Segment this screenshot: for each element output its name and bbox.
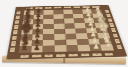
square-c7[interactable]: ♟ [32, 19, 42, 24]
plaque-cell: h [115, 44, 122, 50]
square-c5[interactable] [53, 18, 64, 23]
board-grid: ♜♟♟♜♞♟♟♞♝♟♟♝♛♟♟♛♚♟♟♚♝♟♟♝♞♟♟♞♜♟♟♜ [18, 9, 113, 53]
square-e3[interactable] [75, 28, 87, 34]
square-f5[interactable] [54, 33, 65, 39]
file-label-f: f [112, 33, 117, 37]
plaque-cell: c [107, 17, 113, 22]
square-e2[interactable]: ♟ [85, 27, 97, 33]
plaque-cell: 1 [90, 6, 100, 8]
file-label-b: b [16, 15, 20, 18]
file-label-b: b [106, 13, 110, 16]
photo-background: 87654321 87654321 abcdefgh abcdefgh ♜♟♟♜… [0, 0, 128, 67]
square-e5[interactable] [53, 28, 64, 34]
square-h7[interactable]: ♟ [30, 45, 42, 52]
file-label-e: e [13, 30, 17, 34]
rank-label-7: 7 [35, 7, 42, 9]
file-label-d: d [14, 25, 18, 29]
plaque-cell: 5 [54, 53, 66, 56]
rank-label-2: 2 [92, 53, 101, 55]
file-label-h: h [10, 47, 15, 52]
rank-label-3: 3 [73, 6, 80, 8]
square-h2[interactable]: ♟ [89, 44, 102, 51]
square-b6[interactable] [43, 14, 53, 19]
rank-label-4: 4 [63, 6, 70, 8]
square-b7[interactable]: ♟ [33, 14, 43, 19]
square-b4[interactable] [63, 13, 73, 18]
square-b2[interactable]: ♟ [82, 13, 93, 18]
square-c1[interactable]: ♝ [93, 17, 104, 22]
square-b3[interactable] [73, 13, 84, 18]
file-label-a: a [16, 11, 20, 14]
plaque-cell: 1 [102, 52, 115, 55]
square-c8[interactable]: ♝ [22, 19, 33, 24]
square-g8[interactable]: ♞ [19, 40, 31, 46]
square-g7[interactable]: ♟ [31, 39, 43, 45]
square-e1[interactable]: ♚ [96, 27, 108, 32]
square-d3[interactable] [74, 23, 85, 28]
rank-label-5: 5 [56, 54, 65, 56]
square-b5[interactable] [53, 14, 63, 19]
square-f4[interactable] [64, 33, 76, 39]
square-g5[interactable] [54, 39, 66, 45]
plaque-cell: 4 [66, 53, 78, 56]
plaque-cell: 8 [24, 7, 34, 9]
plaque-cell: d [13, 24, 18, 29]
square-g3[interactable] [76, 38, 88, 44]
rank-label-6: 6 [44, 54, 53, 56]
file-label-h: h [116, 44, 121, 48]
square-h8[interactable]: ♜ [18, 46, 31, 53]
square-d8[interactable]: ♛ [21, 24, 32, 29]
file-label-g: g [11, 41, 16, 45]
square-h3[interactable] [77, 44, 90, 51]
square-d2[interactable]: ♟ [84, 22, 96, 27]
square-d7[interactable]: ♟ [32, 23, 43, 28]
square-e7[interactable]: ♟ [32, 28, 43, 34]
rank-label-8: 8 [19, 54, 28, 56]
square-h1[interactable]: ♜ [100, 44, 113, 51]
square-c2[interactable]: ♟ [83, 18, 94, 23]
square-g4[interactable] [65, 39, 77, 45]
square-b8[interactable]: ♞ [23, 14, 34, 19]
file-label-f: f [12, 35, 16, 39]
square-d4[interactable] [64, 23, 75, 28]
file-label-c: c [107, 18, 112, 21]
square-f8[interactable]: ♝ [20, 34, 32, 40]
plaque-cell: c [14, 19, 19, 24]
plaque-cell: g [113, 38, 120, 44]
plaque-cell: 3 [78, 53, 91, 56]
plaque-cell: 3 [71, 6, 81, 8]
file-label-g: g [114, 39, 119, 43]
plaque-cell: 4 [62, 6, 72, 8]
plaque-cell: b [105, 13, 111, 18]
square-c6[interactable] [43, 18, 53, 23]
plaque-cell: 8 [18, 54, 31, 57]
square-d1[interactable]: ♛ [94, 22, 106, 27]
file-label-a: a [104, 9, 108, 12]
square-f2[interactable]: ♟ [86, 33, 98, 39]
square-g6[interactable] [42, 39, 54, 45]
square-d5[interactable] [53, 23, 64, 28]
plaque-cell: 7 [34, 7, 44, 9]
rank-label-3: 3 [80, 53, 89, 55]
square-h6[interactable] [42, 45, 54, 52]
square-h5[interactable] [54, 45, 66, 52]
rank-label-4: 4 [68, 53, 77, 55]
plaque-cell: g [10, 40, 16, 46]
square-f7[interactable]: ♟ [31, 34, 42, 40]
plaque-cell: 6 [42, 54, 54, 57]
rank-label-1: 1 [92, 6, 99, 7]
square-c4[interactable] [63, 18, 74, 23]
square-e6[interactable] [43, 28, 54, 34]
plaque-cell: d [108, 22, 114, 27]
plaque-cell: f [111, 32, 118, 38]
square-d6[interactable] [43, 23, 54, 28]
rank-label-6: 6 [45, 7, 52, 9]
rank-label-1: 1 [104, 52, 113, 54]
square-e8[interactable]: ♚ [21, 29, 32, 35]
square-b1[interactable]: ♞ [92, 13, 103, 18]
plaque-cell: 2 [90, 52, 103, 55]
plaque-cell: 7 [30, 54, 42, 57]
square-f6[interactable] [42, 34, 53, 40]
plaque-cell: b [15, 15, 20, 20]
chess-board: 87654321 87654321 abcdefgh abcdefgh ♜♟♟♜… [6, 5, 127, 59]
square-f3[interactable] [75, 33, 87, 39]
square-g1[interactable]: ♞ [99, 38, 112, 44]
square-c3[interactable] [73, 18, 84, 23]
plaque-cell: e [110, 27, 116, 32]
plaque-cell: a [16, 10, 21, 14]
plaque-cell: f [11, 34, 17, 40]
rank-label-5: 5 [54, 6, 61, 8]
plaque-cell: 6 [43, 6, 53, 8]
scene: 87654321 87654321 abcdefgh abcdefgh ♜♟♟♜… [0, 0, 128, 67]
file-label-c: c [15, 20, 19, 23]
plaque-cell: h [9, 46, 15, 52]
square-f1[interactable]: ♝ [97, 32, 110, 38]
square-g2[interactable]: ♟ [87, 38, 100, 44]
rank-label-2: 2 [82, 6, 89, 8]
rank-label-8: 8 [25, 7, 32, 9]
square-h4[interactable] [66, 45, 78, 52]
square-e4[interactable] [64, 28, 75, 34]
rank-label-7: 7 [32, 54, 41, 56]
plaque-cell: a [104, 9, 110, 13]
file-label-d: d [109, 23, 114, 27]
plaque-cell: 5 [53, 6, 63, 8]
plaque-cell: e [12, 29, 17, 34]
file-label-e: e [110, 28, 115, 32]
plaque-cell: 2 [81, 6, 91, 8]
